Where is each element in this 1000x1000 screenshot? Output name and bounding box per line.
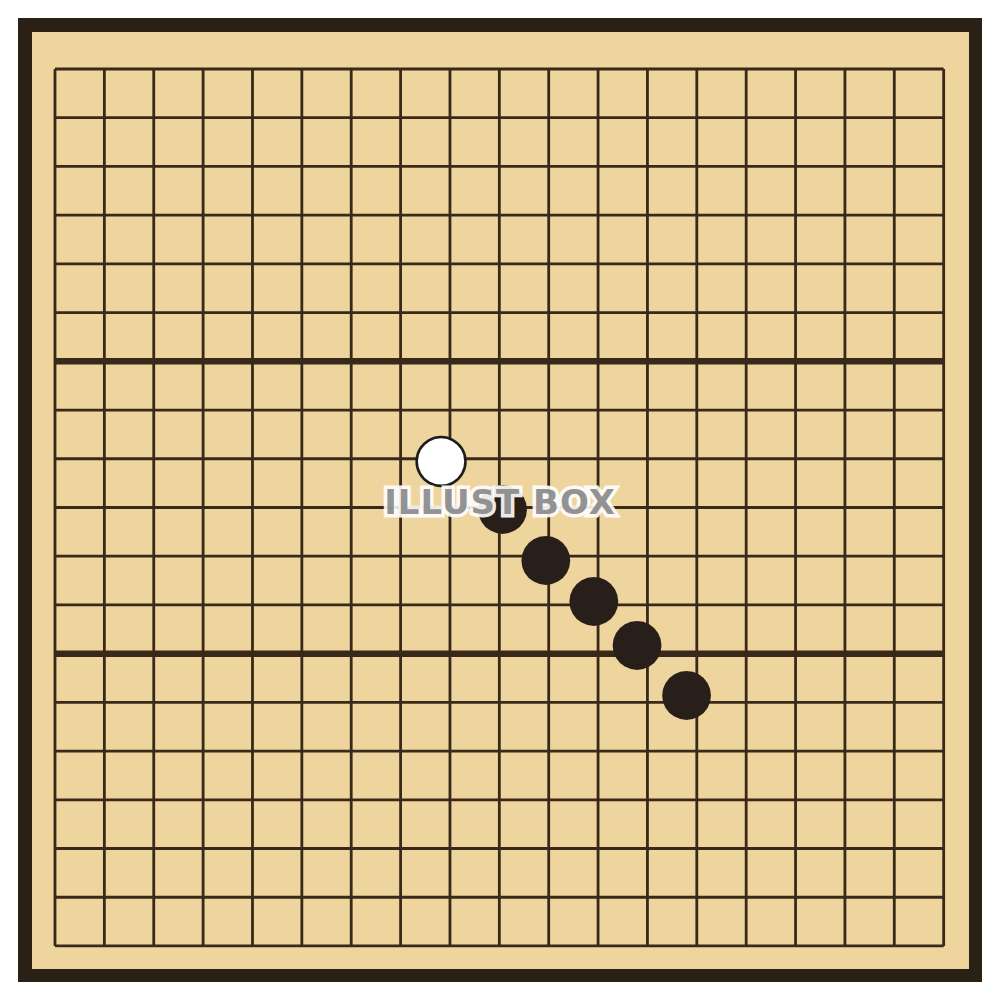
white-stone-glyph: ● [413, 423, 469, 487]
black-stone[interactable]: ● [475, 483, 524, 532]
black-stone-glyph: ● [609, 607, 665, 671]
black-stone[interactable]: ● [672, 678, 721, 727]
page: ●●●●●● ILLUST BOX ILLUST BOX [0, 0, 1000, 1000]
white-stone[interactable]: ● [425, 434, 474, 483]
stones-grid: ●●●●●● [30, 45, 968, 971]
black-stone-glyph: ● [659, 658, 715, 722]
